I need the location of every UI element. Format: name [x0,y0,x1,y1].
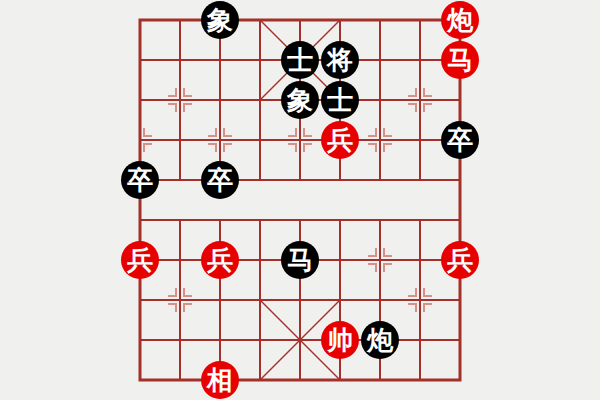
piece-black-general[interactable]: 将 [321,41,359,79]
piece-black-elephant[interactable]: 象 [201,1,239,39]
piece-black-soldier[interactable]: 卒 [441,121,479,159]
piece-black-soldier[interactable]: 卒 [121,161,159,199]
piece-black-horse[interactable]: 马 [281,241,319,279]
piece-black-soldier[interactable]: 卒 [201,161,239,199]
piece-black-elephant[interactable]: 象 [281,81,319,119]
piece-black-advisor[interactable]: 士 [321,81,359,119]
xiangqi-board: 象炮士将马象士兵卒卒卒兵兵马兵帅炮相 [0,0,600,400]
piece-red-soldier[interactable]: 兵 [441,241,479,279]
piece-black-cannon[interactable]: 炮 [361,321,399,359]
piece-red-soldier[interactable]: 兵 [321,121,359,159]
piece-red-horse[interactable]: 马 [441,41,479,79]
piece-red-elephant[interactable]: 相 [201,361,239,399]
piece-red-soldier[interactable]: 兵 [201,241,239,279]
pieces-layer: 象炮士将马象士兵卒卒卒兵兵马兵帅炮相 [120,0,480,400]
piece-red-general[interactable]: 帅 [321,321,359,359]
piece-black-advisor[interactable]: 士 [281,41,319,79]
piece-red-cannon[interactable]: 炮 [441,1,479,39]
piece-red-soldier[interactable]: 兵 [121,241,159,279]
